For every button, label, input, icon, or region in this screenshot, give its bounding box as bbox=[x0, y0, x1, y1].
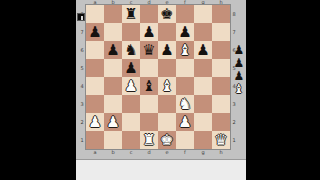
square-d1[interactable]: ♜ bbox=[140, 131, 158, 149]
piece-black-pawn-g6: ♟ bbox=[196, 41, 209, 59]
square-d2[interactable] bbox=[140, 113, 158, 131]
square-d7[interactable]: ♟ bbox=[140, 23, 158, 41]
file-label-a: a bbox=[86, 150, 104, 155]
file-label-e: e bbox=[158, 150, 176, 155]
square-g1[interactable] bbox=[194, 131, 212, 149]
piece-black-pawn-e6: ♟ bbox=[160, 41, 173, 59]
square-a6[interactable] bbox=[86, 41, 104, 59]
file-label-h: h bbox=[212, 150, 230, 155]
piece-white-pawn-f2: ♟ bbox=[178, 113, 191, 131]
square-b4[interactable] bbox=[104, 77, 122, 95]
square-a5[interactable] bbox=[86, 59, 104, 77]
square-h4[interactable] bbox=[212, 77, 230, 95]
piece-black-pawn-b6: ♟ bbox=[106, 41, 119, 59]
square-a2[interactable]: ♟ bbox=[86, 113, 104, 131]
piece-black-pawn-c5: ♟ bbox=[124, 59, 137, 77]
square-c6[interactable]: ♞ bbox=[122, 41, 140, 59]
rank-label-6: 6 bbox=[79, 41, 85, 59]
square-g6[interactable]: ♟ bbox=[194, 41, 212, 59]
square-g5[interactable] bbox=[194, 59, 212, 77]
square-g8[interactable] bbox=[194, 5, 212, 23]
square-b8[interactable] bbox=[104, 5, 122, 23]
square-b3[interactable] bbox=[104, 95, 122, 113]
rank-label-7: 7 bbox=[231, 23, 237, 41]
piece-white-pawn-c4: ♟ bbox=[124, 77, 137, 95]
piece-black-pawn-a7: ♟ bbox=[88, 23, 101, 41]
square-h3[interactable] bbox=[212, 95, 230, 113]
square-c7[interactable] bbox=[122, 23, 140, 41]
square-e5[interactable] bbox=[158, 59, 176, 77]
square-b2[interactable]: ♟ bbox=[104, 113, 122, 131]
material-imbalance-tray: ♟♟♟♝ bbox=[232, 44, 246, 96]
chess-gui-panel: abcdefgh abcdefgh 87654321 87654321 ♜♚♟♟… bbox=[76, 0, 246, 180]
square-f3[interactable]: ♞ bbox=[176, 95, 194, 113]
square-g4[interactable] bbox=[194, 77, 212, 95]
caption-bar: Stockfish 11 (3481) -- Komodo 11 (3404) … bbox=[76, 159, 246, 180]
square-h1[interactable]: ♛ bbox=[212, 131, 230, 149]
square-b6[interactable]: ♟ bbox=[104, 41, 122, 59]
piece-white-bishop-f6: ♝ bbox=[178, 41, 191, 59]
square-d5[interactable] bbox=[140, 59, 158, 77]
square-f8[interactable] bbox=[176, 5, 194, 23]
rank-label-7: 7 bbox=[79, 23, 85, 41]
square-g3[interactable] bbox=[194, 95, 212, 113]
square-g7[interactable] bbox=[194, 23, 212, 41]
rank-label-1: 1 bbox=[79, 131, 85, 149]
piece-white-rook-d1: ♜ bbox=[142, 131, 155, 149]
rank-label-8: 8 bbox=[231, 5, 237, 23]
piece-black-queen-d6: ♛ bbox=[142, 41, 155, 59]
square-c1[interactable] bbox=[122, 131, 140, 149]
square-f7[interactable]: ♟ bbox=[176, 23, 194, 41]
square-f1[interactable] bbox=[176, 131, 194, 149]
square-c3[interactable] bbox=[122, 95, 140, 113]
square-a3[interactable] bbox=[86, 95, 104, 113]
square-c4[interactable]: ♟ bbox=[122, 77, 140, 95]
square-a7[interactable]: ♟ bbox=[86, 23, 104, 41]
square-c8[interactable]: ♜ bbox=[122, 5, 140, 23]
piece-black-king-e8: ♚ bbox=[160, 5, 173, 23]
piece-black-rook-c8: ♜ bbox=[124, 5, 137, 23]
file-labels-bottom: abcdefgh bbox=[86, 150, 230, 155]
video-frame: abcdefgh abcdefgh 87654321 87654321 ♜♚♟♟… bbox=[0, 0, 320, 180]
rank-label-2: 2 bbox=[79, 113, 85, 131]
file-label-b: b bbox=[104, 150, 122, 155]
square-e6[interactable]: ♟ bbox=[158, 41, 176, 59]
square-h8[interactable] bbox=[212, 5, 230, 23]
black-to-move-indicator bbox=[77, 13, 85, 21]
square-c5[interactable]: ♟ bbox=[122, 59, 140, 77]
rank-label-4: 4 bbox=[79, 77, 85, 95]
square-e1[interactable]: ♚ bbox=[158, 131, 176, 149]
square-e4[interactable]: ♝ bbox=[158, 77, 176, 95]
square-d8[interactable] bbox=[140, 5, 158, 23]
piece-white-bishop-e4: ♝ bbox=[160, 77, 173, 95]
square-f5[interactable] bbox=[176, 59, 194, 77]
square-h7[interactable] bbox=[212, 23, 230, 41]
rank-label-3: 3 bbox=[79, 95, 85, 113]
square-c2[interactable] bbox=[122, 113, 140, 131]
square-d3[interactable] bbox=[140, 95, 158, 113]
square-b1[interactable] bbox=[104, 131, 122, 149]
piece-black-knight-c6: ♞ bbox=[124, 41, 137, 59]
rank-label-3: 3 bbox=[231, 95, 237, 113]
square-a8[interactable] bbox=[86, 5, 104, 23]
square-h6[interactable] bbox=[212, 41, 230, 59]
file-label-g: g bbox=[194, 150, 212, 155]
square-f4[interactable] bbox=[176, 77, 194, 95]
piece-black-bishop-d4: ♝ bbox=[142, 77, 155, 95]
square-g2[interactable] bbox=[194, 113, 212, 131]
square-h5[interactable] bbox=[212, 59, 230, 77]
piece-white-pawn-a2: ♟ bbox=[88, 113, 101, 131]
piece-white-king-e1: ♚ bbox=[160, 131, 173, 149]
file-label-c: c bbox=[122, 150, 140, 155]
tray-white-bishop-3: ♝ bbox=[234, 83, 245, 96]
square-d6[interactable]: ♛ bbox=[140, 41, 158, 59]
square-b7[interactable] bbox=[104, 23, 122, 41]
rank-label-5: 5 bbox=[79, 59, 85, 77]
file-label-d: d bbox=[140, 150, 158, 155]
square-f2[interactable]: ♟ bbox=[176, 113, 194, 131]
piece-black-pawn-f7: ♟ bbox=[178, 23, 191, 41]
file-label-f: f bbox=[176, 150, 194, 155]
square-e2[interactable] bbox=[158, 113, 176, 131]
square-h2[interactable] bbox=[212, 113, 230, 131]
piece-black-pawn-d7: ♟ bbox=[142, 23, 155, 41]
square-f6[interactable]: ♝ bbox=[176, 41, 194, 59]
square-d4[interactable]: ♝ bbox=[140, 77, 158, 95]
chess-board: ♜♚♟♟♟♟♞♛♟♝♟♟♟♝♝♞♟♟♟♜♚♛ bbox=[86, 5, 230, 149]
square-a4[interactable] bbox=[86, 77, 104, 95]
square-e3[interactable] bbox=[158, 95, 176, 113]
piece-white-knight-f3: ♞ bbox=[178, 95, 191, 113]
rank-labels-left: 87654321 bbox=[79, 5, 85, 149]
square-b5[interactable] bbox=[104, 59, 122, 77]
rank-label-1: 1 bbox=[231, 131, 237, 149]
piece-white-queen-h1: ♛ bbox=[214, 131, 227, 149]
square-e7[interactable] bbox=[158, 23, 176, 41]
square-e8[interactable]: ♚ bbox=[158, 5, 176, 23]
square-a1[interactable] bbox=[86, 131, 104, 149]
rank-label-2: 2 bbox=[231, 113, 237, 131]
piece-white-pawn-b2: ♟ bbox=[106, 113, 119, 131]
